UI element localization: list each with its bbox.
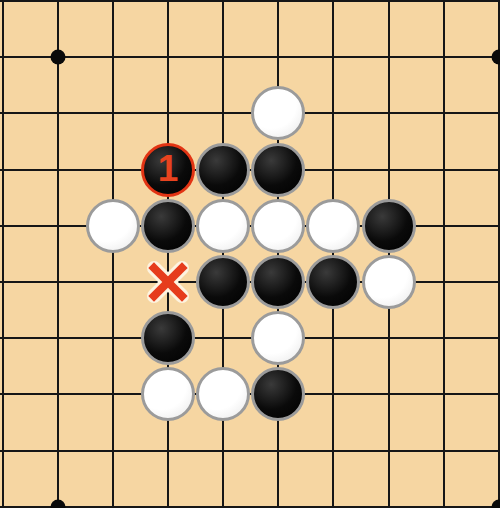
black-stone	[306, 255, 360, 309]
white-stone	[251, 199, 305, 253]
black-stone	[196, 255, 250, 309]
star-point	[491, 50, 500, 65]
grid-line-horizontal	[0, 337, 500, 339]
grid-line-vertical	[2, 0, 4, 508]
grid-line-vertical	[388, 0, 390, 508]
white-stone	[196, 199, 250, 253]
grid-line-vertical	[443, 0, 445, 508]
black-stone	[362, 199, 416, 253]
grid-line-vertical	[57, 0, 59, 508]
white-stone	[306, 199, 360, 253]
white-stone	[362, 255, 416, 309]
black-stone	[251, 143, 305, 197]
white-stone	[196, 367, 250, 421]
star-point	[491, 499, 500, 508]
grid-line-horizontal	[0, 506, 500, 508]
cross-marker[interactable]	[145, 259, 191, 305]
black-stone	[251, 367, 305, 421]
grid-line-horizontal	[0, 0, 500, 2]
grid-line-vertical	[167, 0, 169, 508]
grid-line-horizontal	[0, 112, 500, 114]
grid-line-horizontal	[0, 450, 500, 452]
grid-line-vertical	[277, 0, 279, 508]
move-1-stone: 1	[141, 143, 195, 197]
move-number-label: 1	[158, 150, 179, 187]
black-stone	[141, 311, 195, 365]
white-stone	[86, 199, 140, 253]
black-stone	[141, 199, 195, 253]
white-stone	[251, 86, 305, 140]
grid-line-vertical	[112, 0, 114, 508]
white-stone	[251, 311, 305, 365]
white-stone	[141, 367, 195, 421]
star-point	[50, 50, 65, 65]
go-board[interactable]: 1	[0, 0, 500, 508]
grid-line-horizontal	[0, 56, 500, 58]
star-point	[50, 499, 65, 508]
black-stone	[251, 255, 305, 309]
grid-line-vertical	[222, 0, 224, 508]
grid-line-vertical	[332, 0, 334, 508]
black-stone	[196, 143, 250, 197]
